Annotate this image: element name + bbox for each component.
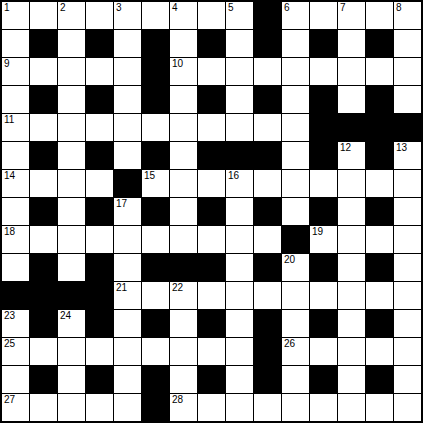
block-cell-r5c1 bbox=[30, 142, 57, 169]
clue-number-9: 9 bbox=[4, 58, 10, 70]
block-cell-r13c5 bbox=[142, 366, 169, 393]
cell-r4c4[interactable] bbox=[114, 114, 141, 141]
cell-r10c6[interactable]: 22 bbox=[170, 282, 197, 309]
cell-r10c14[interactable] bbox=[394, 282, 421, 309]
block-cell-r7c1 bbox=[30, 198, 57, 225]
cell-r8c6[interactable] bbox=[170, 226, 197, 253]
cell-r14c14[interactable] bbox=[394, 394, 421, 421]
cell-r2c11[interactable] bbox=[310, 58, 337, 85]
cell-r4c7[interactable] bbox=[198, 114, 225, 141]
clue-number-1: 1 bbox=[4, 2, 10, 14]
cell-r6c8[interactable]: 16 bbox=[226, 170, 253, 197]
block-cell-r5c11 bbox=[310, 142, 337, 169]
cell-r3c10[interactable] bbox=[282, 86, 309, 113]
cell-r2c2[interactable] bbox=[58, 58, 85, 85]
cell-r14c4[interactable] bbox=[114, 394, 141, 421]
cell-r14c2[interactable] bbox=[58, 394, 85, 421]
cell-r4c8[interactable] bbox=[226, 114, 253, 141]
cell-r14c1[interactable] bbox=[30, 394, 57, 421]
cell-r0c4[interactable]: 3 bbox=[114, 2, 141, 29]
cell-r13c4[interactable] bbox=[114, 366, 141, 393]
block-cell-r3c7 bbox=[198, 86, 225, 113]
block-cell-r9c5 bbox=[142, 254, 169, 281]
cell-r3c12[interactable] bbox=[338, 86, 365, 113]
cell-r2c4[interactable] bbox=[114, 58, 141, 85]
cell-r10c5[interactable] bbox=[142, 282, 169, 309]
cell-r11c8[interactable] bbox=[226, 310, 253, 337]
cell-r2c12[interactable] bbox=[338, 58, 365, 85]
block-cell-r7c3 bbox=[86, 198, 113, 225]
clue-number-14: 14 bbox=[4, 170, 15, 182]
cell-r14c9[interactable] bbox=[254, 394, 281, 421]
block-cell-r4c13 bbox=[366, 114, 393, 141]
block-cell-r6c4 bbox=[114, 170, 141, 197]
cell-r13c0[interactable] bbox=[2, 366, 29, 393]
cell-r6c3[interactable] bbox=[86, 170, 113, 197]
cell-r7c8[interactable] bbox=[226, 198, 253, 225]
cell-r7c2[interactable] bbox=[58, 198, 85, 225]
cell-r8c3[interactable] bbox=[86, 226, 113, 253]
block-cell-r9c11 bbox=[310, 254, 337, 281]
cell-r14c13[interactable] bbox=[366, 394, 393, 421]
clue-number-23: 23 bbox=[4, 310, 15, 322]
cell-r8c2[interactable] bbox=[58, 226, 85, 253]
cell-r5c14[interactable]: 13 bbox=[394, 142, 421, 169]
cell-r4c6[interactable] bbox=[170, 114, 197, 141]
cell-r12c12[interactable] bbox=[338, 338, 365, 365]
cell-r2c8[interactable] bbox=[226, 58, 253, 85]
cell-r14c3[interactable] bbox=[86, 394, 113, 421]
cell-r10c11[interactable] bbox=[310, 282, 337, 309]
cell-r2c0[interactable]: 9 bbox=[2, 58, 29, 85]
block-cell-r8c10 bbox=[282, 226, 309, 253]
cell-r0c7[interactable] bbox=[198, 2, 225, 29]
cell-r9c10[interactable]: 20 bbox=[282, 254, 309, 281]
cell-r11c6[interactable] bbox=[170, 310, 197, 337]
cell-r6c2[interactable] bbox=[58, 170, 85, 197]
block-cell-r13c7 bbox=[198, 366, 225, 393]
cell-r7c0[interactable] bbox=[2, 198, 29, 225]
cell-r14c11[interactable] bbox=[310, 394, 337, 421]
cell-r6c1[interactable] bbox=[30, 170, 57, 197]
block-cell-r5c3 bbox=[86, 142, 113, 169]
cell-r12c2[interactable] bbox=[58, 338, 85, 365]
cell-r9c12[interactable] bbox=[338, 254, 365, 281]
cell-r4c2[interactable] bbox=[58, 114, 85, 141]
cell-r0c14[interactable]: 8 bbox=[394, 2, 421, 29]
clue-number-21: 21 bbox=[116, 282, 127, 294]
cell-r9c0[interactable] bbox=[2, 254, 29, 281]
cell-r3c14[interactable] bbox=[394, 86, 421, 113]
cell-r4c9[interactable] bbox=[254, 114, 281, 141]
block-cell-r12c9 bbox=[254, 338, 281, 365]
block-cell-r1c1 bbox=[30, 30, 57, 57]
cell-r6c9[interactable] bbox=[254, 170, 281, 197]
crossword-board: 1234567891011121314151617181920212223242… bbox=[0, 0, 423, 423]
cell-r0c11[interactable] bbox=[310, 2, 337, 29]
cell-r11c4[interactable] bbox=[114, 310, 141, 337]
cell-r12c5[interactable] bbox=[142, 338, 169, 365]
cell-r12c3[interactable] bbox=[86, 338, 113, 365]
clue-number-18: 18 bbox=[4, 226, 15, 238]
block-cell-r3c3 bbox=[86, 86, 113, 113]
block-cell-r7c5 bbox=[142, 198, 169, 225]
cell-r5c0[interactable] bbox=[2, 142, 29, 169]
clue-number-4: 4 bbox=[172, 2, 178, 14]
clue-number-10: 10 bbox=[172, 58, 183, 70]
cell-r13c12[interactable] bbox=[338, 366, 365, 393]
cell-r7c4[interactable]: 17 bbox=[114, 198, 141, 225]
cell-r1c10[interactable] bbox=[282, 30, 309, 57]
cell-r8c13[interactable] bbox=[366, 226, 393, 253]
cell-r6c10[interactable] bbox=[282, 170, 309, 197]
cell-r6c0[interactable]: 14 bbox=[2, 170, 29, 197]
cell-r14c7[interactable] bbox=[198, 394, 225, 421]
block-cell-r3c5 bbox=[142, 86, 169, 113]
block-cell-r11c7 bbox=[198, 310, 225, 337]
block-cell-r13c11 bbox=[310, 366, 337, 393]
clue-number-13: 13 bbox=[396, 142, 407, 154]
clue-number-26: 26 bbox=[284, 338, 295, 350]
cell-r6c11[interactable] bbox=[310, 170, 337, 197]
clue-number-25: 25 bbox=[4, 338, 15, 350]
cell-r6c6[interactable] bbox=[170, 170, 197, 197]
block-cell-r7c9 bbox=[254, 198, 281, 225]
block-cell-r11c5 bbox=[142, 310, 169, 337]
cell-r7c10[interactable] bbox=[282, 198, 309, 225]
cell-r2c1[interactable] bbox=[30, 58, 57, 85]
cell-r3c6[interactable] bbox=[170, 86, 197, 113]
clue-number-28: 28 bbox=[172, 394, 183, 406]
clue-number-24: 24 bbox=[60, 310, 71, 322]
clue-number-22: 22 bbox=[172, 282, 183, 294]
cell-r14c6[interactable]: 28 bbox=[170, 394, 197, 421]
block-cell-r4c14 bbox=[394, 114, 421, 141]
clue-number-11: 11 bbox=[4, 114, 14, 126]
cell-r2c7[interactable] bbox=[198, 58, 225, 85]
clue-number-17: 17 bbox=[116, 198, 127, 210]
cell-r6c13[interactable] bbox=[366, 170, 393, 197]
cell-r1c2[interactable] bbox=[58, 30, 85, 57]
block-cell-r7c7 bbox=[198, 198, 225, 225]
clue-number-5: 5 bbox=[228, 2, 234, 14]
block-cell-r2c5 bbox=[142, 58, 169, 85]
cell-r14c0[interactable]: 27 bbox=[2, 394, 29, 421]
cell-r2c3[interactable] bbox=[86, 58, 113, 85]
cell-r12c1[interactable] bbox=[30, 338, 57, 365]
cell-r13c2[interactable] bbox=[58, 366, 85, 393]
block-cell-r3c13 bbox=[366, 86, 393, 113]
cell-r7c14[interactable] bbox=[394, 198, 421, 225]
cell-r9c8[interactable] bbox=[226, 254, 253, 281]
cell-r1c0[interactable] bbox=[2, 30, 29, 57]
block-cell-r10c1 bbox=[30, 282, 57, 309]
cell-r0c12[interactable]: 7 bbox=[338, 2, 365, 29]
block-cell-r1c3 bbox=[86, 30, 113, 57]
cell-r10c12[interactable] bbox=[338, 282, 365, 309]
block-cell-r5c9 bbox=[254, 142, 281, 169]
cell-r8c12[interactable] bbox=[338, 226, 365, 253]
cell-r1c14[interactable] bbox=[394, 30, 421, 57]
cell-r13c14[interactable] bbox=[394, 366, 421, 393]
cell-r3c2[interactable] bbox=[58, 86, 85, 113]
cell-r12c14[interactable] bbox=[394, 338, 421, 365]
cell-r1c8[interactable] bbox=[226, 30, 253, 57]
block-cell-r13c3 bbox=[86, 366, 113, 393]
clue-number-12: 12 bbox=[340, 142, 351, 154]
cell-r4c1[interactable] bbox=[30, 114, 57, 141]
cell-r13c8[interactable] bbox=[226, 366, 253, 393]
cell-r12c13[interactable] bbox=[366, 338, 393, 365]
block-cell-r14c5 bbox=[142, 394, 169, 421]
cell-r8c7[interactable] bbox=[198, 226, 225, 253]
cell-r2c9[interactable] bbox=[254, 58, 281, 85]
cell-r0c1[interactable] bbox=[30, 2, 57, 29]
cell-r10c10[interactable] bbox=[282, 282, 309, 309]
cell-r6c12[interactable] bbox=[338, 170, 365, 197]
cell-r0c8[interactable]: 5 bbox=[226, 2, 253, 29]
clue-number-27: 27 bbox=[4, 394, 15, 406]
cell-r12c10[interactable]: 26 bbox=[282, 338, 309, 365]
cell-r3c0[interactable] bbox=[2, 86, 29, 113]
block-cell-r11c11 bbox=[310, 310, 337, 337]
clue-number-7: 7 bbox=[340, 2, 346, 14]
cell-r0c13[interactable] bbox=[366, 2, 393, 29]
cell-r0c10[interactable]: 6 bbox=[282, 2, 309, 29]
block-cell-r9c6 bbox=[170, 254, 197, 281]
cell-r4c0[interactable]: 11 bbox=[2, 114, 29, 141]
cell-r11c14[interactable] bbox=[394, 310, 421, 337]
cell-r8c1[interactable] bbox=[30, 226, 57, 253]
cell-r8c5[interactable] bbox=[142, 226, 169, 253]
block-cell-r3c1 bbox=[30, 86, 57, 113]
cell-r6c14[interactable] bbox=[394, 170, 421, 197]
cell-r8c14[interactable] bbox=[394, 226, 421, 253]
cell-r11c2[interactable]: 24 bbox=[58, 310, 85, 337]
block-cell-r3c11 bbox=[310, 86, 337, 113]
block-cell-r9c1 bbox=[30, 254, 57, 281]
cell-r12c0[interactable]: 25 bbox=[2, 338, 29, 365]
block-cell-r5c7 bbox=[198, 142, 225, 169]
cell-r3c4[interactable] bbox=[114, 86, 141, 113]
cell-r10c4[interactable]: 21 bbox=[114, 282, 141, 309]
cell-r0c6[interactable]: 4 bbox=[170, 2, 197, 29]
cell-r10c8[interactable] bbox=[226, 282, 253, 309]
cell-r13c6[interactable] bbox=[170, 366, 197, 393]
cell-r9c14[interactable] bbox=[394, 254, 421, 281]
block-cell-r1c9 bbox=[254, 30, 281, 57]
block-cell-r0c9 bbox=[254, 2, 281, 29]
block-cell-r5c13 bbox=[366, 142, 393, 169]
cell-r9c2[interactable] bbox=[58, 254, 85, 281]
block-cell-r10c2 bbox=[58, 282, 85, 309]
block-cell-r4c11 bbox=[310, 114, 337, 141]
cell-r5c6[interactable] bbox=[170, 142, 197, 169]
cell-r3c8[interactable] bbox=[226, 86, 253, 113]
cell-r8c0[interactable]: 18 bbox=[2, 226, 29, 253]
block-cell-r13c13 bbox=[366, 366, 393, 393]
cell-r0c0[interactable]: 1 bbox=[2, 2, 29, 29]
block-cell-r9c9 bbox=[254, 254, 281, 281]
cell-r5c4[interactable] bbox=[114, 142, 141, 169]
cell-r1c4[interactable] bbox=[114, 30, 141, 57]
block-cell-r10c3 bbox=[86, 282, 113, 309]
block-cell-r10c0 bbox=[2, 282, 29, 309]
cell-r2c14[interactable] bbox=[394, 58, 421, 85]
block-cell-r1c7 bbox=[198, 30, 225, 57]
cell-r6c5[interactable]: 15 bbox=[142, 170, 169, 197]
block-cell-r11c13 bbox=[366, 310, 393, 337]
cell-r7c6[interactable] bbox=[170, 198, 197, 225]
block-cell-r1c13 bbox=[366, 30, 393, 57]
cell-r13c10[interactable] bbox=[282, 366, 309, 393]
cell-r11c10[interactable] bbox=[282, 310, 309, 337]
cell-r0c5[interactable] bbox=[142, 2, 169, 29]
block-cell-r9c13 bbox=[366, 254, 393, 281]
cell-r10c13[interactable] bbox=[366, 282, 393, 309]
cell-r5c10[interactable] bbox=[282, 142, 309, 169]
cell-r12c8[interactable] bbox=[226, 338, 253, 365]
cell-r11c12[interactable] bbox=[338, 310, 365, 337]
clue-number-19: 19 bbox=[312, 226, 323, 238]
clue-number-2: 2 bbox=[60, 2, 66, 14]
cell-r12c6[interactable] bbox=[170, 338, 197, 365]
cell-r5c12[interactable]: 12 bbox=[338, 142, 365, 169]
block-cell-r9c3 bbox=[86, 254, 113, 281]
cell-r0c3[interactable] bbox=[86, 2, 113, 29]
block-cell-r7c11 bbox=[310, 198, 337, 225]
cell-r8c9[interactable] bbox=[254, 226, 281, 253]
cell-r7c12[interactable] bbox=[338, 198, 365, 225]
cell-r14c8[interactable] bbox=[226, 394, 253, 421]
cell-r14c12[interactable] bbox=[338, 394, 365, 421]
block-cell-r4c12 bbox=[338, 114, 365, 141]
cell-r11c0[interactable]: 23 bbox=[2, 310, 29, 337]
cell-r12c4[interactable] bbox=[114, 338, 141, 365]
block-cell-r11c9 bbox=[254, 310, 281, 337]
clue-number-20: 20 bbox=[284, 254, 295, 266]
cell-r5c2[interactable] bbox=[58, 142, 85, 169]
cell-r6c7[interactable] bbox=[198, 170, 225, 197]
cell-r2c13[interactable] bbox=[366, 58, 393, 85]
block-cell-r1c5 bbox=[142, 30, 169, 57]
block-cell-r13c1 bbox=[30, 366, 57, 393]
cell-r14c10[interactable] bbox=[282, 394, 309, 421]
block-cell-r11c1 bbox=[30, 310, 57, 337]
cell-r9c4[interactable] bbox=[114, 254, 141, 281]
cell-r8c11[interactable]: 19 bbox=[310, 226, 337, 253]
block-cell-r5c8 bbox=[226, 142, 253, 169]
cell-r4c5[interactable] bbox=[142, 114, 169, 141]
clue-number-8: 8 bbox=[396, 2, 402, 14]
block-cell-r11c3 bbox=[86, 310, 113, 337]
cell-r10c9[interactable] bbox=[254, 282, 281, 309]
cell-r8c8[interactable] bbox=[226, 226, 253, 253]
cell-r2c6[interactable]: 10 bbox=[170, 58, 197, 85]
block-cell-r1c11 bbox=[310, 30, 337, 57]
cell-r4c3[interactable] bbox=[86, 114, 113, 141]
cell-r10c7[interactable] bbox=[198, 282, 225, 309]
cell-r12c11[interactable] bbox=[310, 338, 337, 365]
block-cell-r3c9 bbox=[254, 86, 281, 113]
cell-r1c6[interactable] bbox=[170, 30, 197, 57]
cell-r0c2[interactable]: 2 bbox=[58, 2, 85, 29]
clue-number-3: 3 bbox=[116, 2, 122, 14]
block-cell-r9c7 bbox=[198, 254, 225, 281]
cell-r12c7[interactable] bbox=[198, 338, 225, 365]
clue-number-16: 16 bbox=[228, 170, 239, 182]
cell-r8c4[interactable] bbox=[114, 226, 141, 253]
block-cell-r5c5 bbox=[142, 142, 169, 169]
cell-r1c12[interactable] bbox=[338, 30, 365, 57]
block-cell-r13c9 bbox=[254, 366, 281, 393]
cell-r2c10[interactable] bbox=[282, 58, 309, 85]
clue-number-6: 6 bbox=[284, 2, 290, 14]
block-cell-r7c13 bbox=[366, 198, 393, 225]
cell-r4c10[interactable] bbox=[282, 114, 309, 141]
clue-number-15: 15 bbox=[144, 170, 155, 182]
